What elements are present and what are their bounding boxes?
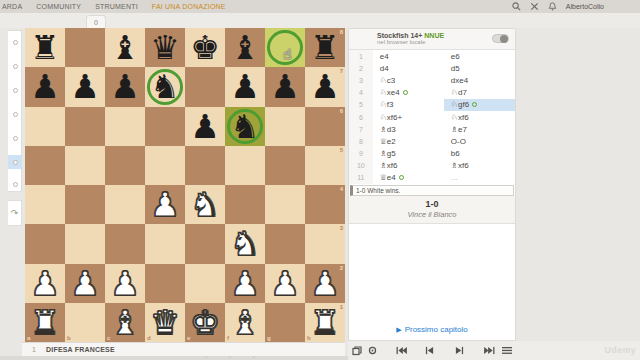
coord-rank-6: 6 [340, 108, 343, 114]
move-row-2: 2d4d5 [349, 62, 515, 74]
coord-file-a: a [27, 335, 30, 341]
square-c2[interactable]: ♟ [105, 264, 145, 303]
nav-item-community[interactable]: COMMUNITY [29, 3, 88, 10]
square-b6[interactable] [65, 107, 105, 146]
square-b3[interactable] [65, 224, 105, 263]
square-d5[interactable] [145, 146, 185, 185]
username[interactable]: AlbertoColio [566, 3, 604, 10]
move-black-9[interactable]: b6 [444, 148, 515, 160]
move-row-7: 7♗d3♗e7 [349, 123, 515, 135]
coord-rank-7: 7 [340, 68, 343, 74]
watermark: Udemy [604, 345, 636, 355]
move-white-11[interactable]: ♕e4 [373, 172, 444, 184]
square-e4[interactable]: ♞ [185, 185, 225, 224]
piece-black-pawn-e6[interactable]: ♟ [185, 107, 225, 146]
dot-icon [13, 40, 18, 45]
coord-file-b: b [67, 335, 71, 341]
move-number: 8 [349, 135, 373, 147]
move-black-10[interactable]: ♗xf6 [444, 160, 515, 172]
good-move-circle-icon [472, 102, 477, 107]
coord-rank-1: 1 [340, 304, 343, 310]
good-move-circle-icon [403, 90, 408, 95]
go-first-icon[interactable] [394, 344, 408, 357]
move-white-9[interactable]: ♗g5 [373, 148, 444, 160]
square-e8[interactable]: ♚ [185, 28, 225, 67]
list-item[interactable] [8, 83, 22, 97]
left-cropped-panel: ↷ [0, 28, 22, 348]
square-h6[interactable]: 6 [305, 107, 345, 146]
go-next-icon[interactable] [452, 344, 466, 357]
list-item[interactable] [8, 131, 22, 145]
move-number: 6 [349, 111, 373, 123]
piece-black-knight-d7[interactable]: ♞ [145, 67, 185, 106]
square-g4[interactable] [265, 185, 305, 224]
list-item[interactable] [8, 35, 22, 49]
challenge-cross-icon[interactable] [530, 2, 539, 11]
coord-rank-8: 8 [340, 29, 343, 35]
coord-rank-5: 5 [340, 147, 343, 153]
move-white-7[interactable]: ♗d3 [373, 123, 444, 135]
move-row-3: 3♘c3dxe4 [349, 74, 515, 86]
coord-rank-4: 4 [340, 186, 343, 192]
move-list: 1e4e62d4d53♘c3dxe44♘xe4♘d75♘f3♘gf66♘xf6+… [349, 50, 515, 184]
move-white-8[interactable]: ♕e2 [373, 135, 444, 147]
piece-white-pawn-d4[interactable]: ♟ [145, 185, 185, 224]
study-page: ARDA COMMUNITY STRUMENTI FAI UNA DONAZIO… [0, 0, 640, 360]
square-f3[interactable]: ♞ [225, 224, 265, 263]
square-f8[interactable]: ♝ [225, 28, 265, 67]
square-f1[interactable]: ♝f [225, 303, 265, 342]
piece-black-queen-d8[interactable]: ♛ [145, 28, 185, 67]
square-d4[interactable]: ♟ [145, 185, 185, 224]
square-c5[interactable] [105, 146, 145, 185]
coord-file-f: f [227, 335, 229, 341]
list-item-selected[interactable] [8, 155, 22, 169]
menu-icon[interactable] [500, 344, 514, 357]
piece-white-knight-f3[interactable]: ♞ [225, 224, 265, 263]
square-d3[interactable] [145, 224, 185, 263]
bell-icon[interactable] [548, 2, 557, 11]
chess-board: ♜♝♛♚♝♜8♟♟♟♞♟♟♟7♟♞65♟♞4♞3♟♟♟♟♟♟2♜ab♝c♛d♚e… [25, 28, 345, 342]
square-b8[interactable] [65, 28, 105, 67]
move-white-6[interactable]: ♘xf6+ [373, 111, 444, 123]
coord-rank-3: 3 [340, 225, 343, 231]
chapter-number: 1 [22, 346, 46, 353]
go-last-icon[interactable] [482, 344, 496, 357]
move-number: 2 [349, 62, 373, 74]
piece-white-rook-a1[interactable]: ♜ [25, 303, 65, 342]
square-g2[interactable]: ♟ [265, 264, 305, 303]
square-b5[interactable] [65, 146, 105, 185]
move-black-2[interactable]: d5 [444, 62, 515, 74]
square-f2[interactable]: ♟ [225, 264, 265, 303]
variation-dots-panel [8, 30, 22, 192]
move-number: 3 [349, 74, 373, 86]
bottom-strip [0, 356, 348, 360]
square-g3[interactable] [265, 224, 305, 263]
square-h1[interactable]: ♜h1 [305, 303, 345, 342]
move-white-10[interactable]: ♗xf6 [373, 160, 444, 172]
move-row-1: 1e4e6 [349, 50, 515, 62]
square-a5[interactable] [25, 146, 65, 185]
top-navbar: ARDA COMMUNITY STRUMENTI FAI UNA DONAZIO… [0, 0, 640, 13]
square-a3[interactable] [25, 224, 65, 263]
nnue-label: NNUE [424, 32, 444, 39]
square-e1[interactable]: ♚e [185, 303, 225, 342]
square-e6[interactable]: ♟ [185, 107, 225, 146]
move-black-3[interactable]: dxe4 [444, 74, 515, 86]
piece-black-pawn-a7[interactable]: ♟ [25, 67, 65, 106]
piece-white-pawn-b2[interactable]: ♟ [65, 264, 105, 303]
piece-white-pawn-f2[interactable]: ♟ [225, 264, 265, 303]
navbar-right: AlbertoColio [512, 0, 604, 13]
square-a4[interactable] [25, 185, 65, 224]
play-triangle-icon: ▶ [396, 326, 401, 333]
square-g5[interactable] [265, 146, 305, 185]
result-block: 1-0 Vince il Bianco [349, 196, 515, 224]
move-row-5: 5♘f3♘gf6 [349, 99, 515, 111]
dot-icon [13, 88, 18, 93]
square-e3[interactable] [185, 224, 225, 263]
mouse-cursor-hand-icon: ☝ [283, 46, 292, 62]
list-item[interactable] [8, 59, 22, 73]
square-b4[interactable] [65, 185, 105, 224]
square-b1[interactable]: b [65, 303, 105, 342]
list-item[interactable] [8, 177, 22, 191]
move-row-11: 11♕e4... [349, 172, 515, 184]
square-f4[interactable] [225, 185, 265, 224]
move-black-6[interactable]: ♘xf6 [444, 111, 515, 123]
move-white-1[interactable]: e4 [373, 50, 444, 62]
chapter-bar[interactable]: 1 DIFESA FRANCESE [22, 342, 345, 356]
square-f7[interactable]: ♟ [225, 67, 265, 106]
move-number: 1 [349, 50, 373, 62]
square-f5[interactable] [225, 146, 265, 185]
piece-black-pawn-c7[interactable]: ♟ [105, 67, 145, 106]
square-e7[interactable] [185, 67, 225, 106]
move-white-5[interactable]: ♘f3 [373, 99, 444, 111]
coord-file-h: h [307, 335, 311, 341]
list-item[interactable] [8, 107, 22, 121]
next-chapter-link[interactable]: ▶Prossimo capitolo [349, 325, 515, 340]
move-white-4[interactable]: ♘xe4 [373, 87, 444, 99]
move-number: 5 [349, 99, 373, 111]
square-d7[interactable]: ♞ [145, 67, 185, 106]
nav-item-strumenti[interactable]: STRUMENTI [88, 3, 145, 10]
coord-rank-2: 2 [340, 265, 343, 271]
square-f6[interactable]: ♞ [225, 107, 265, 146]
move-row-6: 6♘xf6+♘xf6 [349, 111, 515, 123]
square-e2[interactable] [185, 264, 225, 303]
move-row-10: 10♗xf6♗xf6 [349, 160, 515, 172]
move-number: 4 [349, 87, 373, 99]
square-h8[interactable]: ♜8 [305, 28, 345, 67]
good-move-circle-icon [399, 175, 404, 180]
piece-black-pawn-f7[interactable]: ♟ [225, 67, 265, 106]
piece-black-pawn-g7[interactable]: ♟ [265, 67, 305, 106]
square-h5[interactable]: 5 [305, 146, 345, 185]
faded-controls: ▪ ▪ ▪ [205, 354, 265, 360]
dot-icon [13, 182, 18, 187]
count-tab[interactable]: 0 [86, 15, 106, 28]
piece-black-king-e8[interactable]: ♚ [185, 28, 225, 67]
engine-toggle[interactable] [492, 34, 509, 43]
coord-file-c: c [107, 335, 110, 341]
piece-black-pawn-b7[interactable]: ♟ [65, 67, 105, 106]
toggle-knob [500, 35, 508, 43]
dot-icon [13, 160, 18, 165]
move-black-4[interactable]: ♘d7 [444, 87, 515, 99]
dot-icon [13, 64, 18, 69]
square-h2[interactable]: ♟2 [305, 264, 345, 303]
control-bar: Udemy [348, 341, 640, 360]
dot-icon [13, 112, 18, 117]
square-a8[interactable]: ♜ [25, 28, 65, 67]
nav-item-donazione[interactable]: FAI UNA DONAZIONE [145, 3, 233, 10]
square-a7[interactable]: ♟ [25, 67, 65, 106]
piece-black-bishop-f8[interactable]: ♝ [225, 28, 265, 67]
coord-file-e: e [187, 335, 190, 341]
piece-white-pawn-a2[interactable]: ♟ [25, 264, 65, 303]
book-icon[interactable] [350, 344, 364, 357]
nav-item-guarda[interactable]: ARDA [0, 3, 29, 10]
move-black-1[interactable]: e6 [444, 50, 515, 62]
go-prev-icon[interactable] [422, 344, 436, 357]
piece-white-queen-d1[interactable]: ♛ [145, 303, 185, 342]
panel-empty-space [349, 224, 515, 325]
piece-white-pawn-c2[interactable]: ♟ [105, 264, 145, 303]
square-a1[interactable]: ♜a [25, 303, 65, 342]
move-white-3[interactable]: ♘c3 [373, 74, 444, 86]
move-row-8: 8♕e2O-O [349, 135, 515, 147]
square-d2[interactable] [145, 264, 185, 303]
square-d6[interactable] [145, 107, 185, 146]
piece-black-bishop-c8[interactable]: ♝ [105, 28, 145, 67]
move-number: 7 [349, 123, 373, 135]
curved-arrow-icon[interactable]: ↷ [8, 200, 22, 226]
square-c1[interactable]: ♝c [105, 303, 145, 342]
square-a2[interactable]: ♟ [25, 264, 65, 303]
square-e5[interactable] [185, 146, 225, 185]
move-black-7[interactable]: ♗e7 [444, 123, 515, 135]
result-comment: 1-0 White wins. [350, 185, 514, 196]
move-number: 10 [349, 160, 373, 172]
square-h3[interactable]: 3 [305, 224, 345, 263]
coord-file-d: d [147, 335, 151, 341]
square-b7[interactable]: ♟ [65, 67, 105, 106]
square-c6[interactable] [105, 107, 145, 146]
square-c3[interactable] [105, 224, 145, 263]
result-score: 1-0 [349, 199, 515, 209]
move-black-11[interactable]: ... [444, 172, 515, 184]
piece-white-bishop-f1[interactable]: ♝ [225, 303, 265, 342]
square-a6[interactable] [25, 107, 65, 146]
square-d1[interactable]: ♛d [145, 303, 185, 342]
move-black-5[interactable]: ♘gf6 [444, 99, 515, 111]
piece-black-rook-a8[interactable]: ♜ [25, 28, 65, 67]
engine-header: Stockfish 14+ NNUE nel browser locale [349, 29, 515, 50]
analysis-panel: Stockfish 14+ NNUE nel browser locale 1e… [348, 28, 516, 341]
piece-white-king-e1[interactable]: ♚ [185, 303, 225, 342]
move-row-4: 4♘xe4♘d7 [349, 87, 515, 99]
piece-white-pawn-g2[interactable]: ♟ [265, 264, 305, 303]
coord-file-g: g [267, 335, 271, 341]
chapter-title: DIFESA FRANCESE [46, 346, 115, 353]
piece-white-knight-e4[interactable]: ♞ [185, 185, 225, 224]
move-black-8[interactable]: O-O [444, 135, 515, 147]
result-verdict: Vince il Bianco [349, 210, 515, 219]
search-icon[interactable] [512, 2, 521, 11]
move-number: 11 [349, 172, 373, 184]
square-c4[interactable] [105, 185, 145, 224]
square-h7[interactable]: ♟7 [305, 67, 345, 106]
square-c8[interactable]: ♝ [105, 28, 145, 67]
move-number: 9 [349, 148, 373, 160]
square-g6[interactable] [265, 107, 305, 146]
square-g7[interactable]: ♟ [265, 67, 305, 106]
piece-white-bishop-c1[interactable]: ♝ [105, 303, 145, 342]
square-d8[interactable]: ♛ [145, 28, 185, 67]
move-white-2[interactable]: d4 [373, 62, 444, 74]
gear-icon[interactable] [365, 344, 379, 357]
square-g1[interactable]: g [265, 303, 305, 342]
square-c7[interactable]: ♟ [105, 67, 145, 106]
board-area: ♜♝♛♚♝♜8♟♟♟♞♟♟♟7♟♞65♟♞4♞3♟♟♟♟♟♟2♜ab♝c♛d♚e… [25, 28, 345, 342]
move-row-9: 9♗g5b6 [349, 148, 515, 160]
piece-black-knight-f6[interactable]: ♞ [225, 107, 265, 146]
square-b2[interactable]: ♟ [65, 264, 105, 303]
dot-icon [13, 136, 18, 141]
square-h4[interactable]: 4 [305, 185, 345, 224]
